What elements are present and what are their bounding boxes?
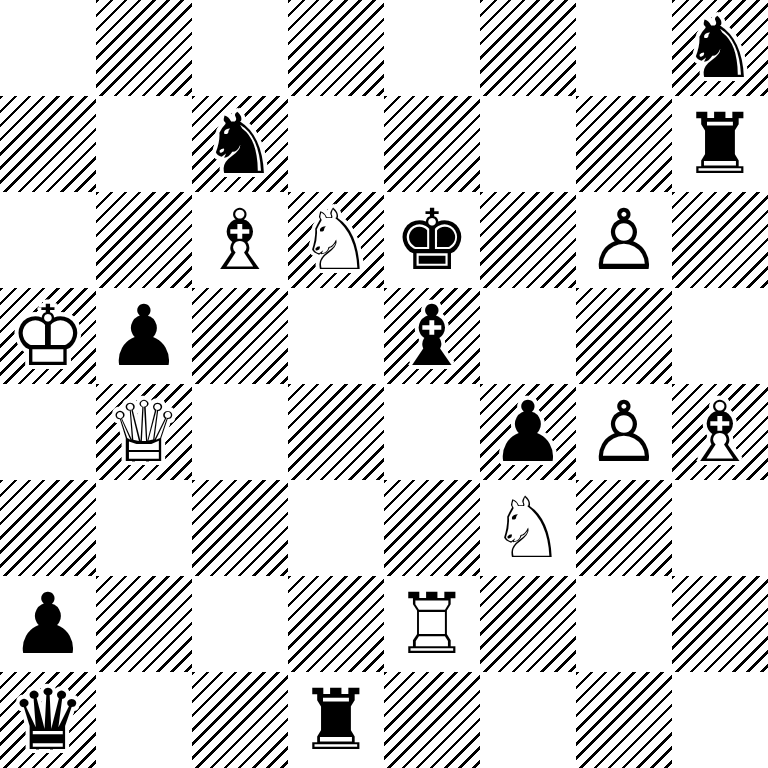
square-d6[interactable]: ♞♘ xyxy=(288,192,384,288)
piece-black-pawn[interactable]: ♟ xyxy=(480,384,576,480)
piece-black-pawn[interactable]: ♟ xyxy=(96,288,192,384)
piece-black-rook[interactable]: ♜ xyxy=(288,672,384,768)
square-c7[interactable]: ♞ xyxy=(192,96,288,192)
white-rook-outline: ♖ xyxy=(384,576,480,672)
piece-white-rook[interactable]: ♜♖ xyxy=(384,576,480,672)
piece-black-pawn[interactable]: ♟ xyxy=(0,576,96,672)
square-h8[interactable]: ♞ xyxy=(672,0,768,96)
piece-white-bishop[interactable]: ♝♗ xyxy=(672,384,768,480)
square-h3[interactable] xyxy=(672,480,768,576)
piece-white-king[interactable]: ♚♔ xyxy=(0,288,96,384)
piece-white-knight[interactable]: ♞♘ xyxy=(288,192,384,288)
square-b6[interactable] xyxy=(96,192,192,288)
square-a2[interactable]: ♟ xyxy=(0,576,96,672)
square-g8[interactable] xyxy=(576,0,672,96)
square-e3[interactable] xyxy=(384,480,480,576)
square-a6[interactable] xyxy=(0,192,96,288)
white-knight-outline: ♘ xyxy=(288,192,384,288)
square-f8[interactable] xyxy=(480,0,576,96)
black-rook-glyph: ♜ xyxy=(288,672,384,768)
square-d2[interactable] xyxy=(288,576,384,672)
square-h6[interactable] xyxy=(672,192,768,288)
black-pawn-glyph: ♟ xyxy=(0,576,96,672)
piece-white-bishop[interactable]: ♝♗ xyxy=(192,192,288,288)
black-pawn-glyph: ♟ xyxy=(96,288,192,384)
piece-white-queen[interactable]: ♛♕ xyxy=(96,384,192,480)
square-f1[interactable] xyxy=(480,672,576,768)
square-c8[interactable] xyxy=(192,0,288,96)
black-rook-glyph: ♜ xyxy=(672,96,768,192)
square-e4[interactable] xyxy=(384,384,480,480)
white-knight-outline: ♘ xyxy=(480,480,576,576)
square-b8[interactable] xyxy=(96,0,192,96)
black-bishop-glyph: ♝ xyxy=(384,288,480,384)
square-e1[interactable] xyxy=(384,672,480,768)
piece-black-knight[interactable]: ♞ xyxy=(672,0,768,96)
piece-black-knight[interactable]: ♞ xyxy=(192,96,288,192)
square-h7[interactable]: ♜ xyxy=(672,96,768,192)
piece-black-rook[interactable]: ♜ xyxy=(672,96,768,192)
white-bishop-outline: ♗ xyxy=(192,192,288,288)
square-d7[interactable] xyxy=(288,96,384,192)
square-b3[interactable] xyxy=(96,480,192,576)
square-e7[interactable] xyxy=(384,96,480,192)
black-king-glyph: ♚ xyxy=(384,192,480,288)
square-e5[interactable]: ♝ xyxy=(384,288,480,384)
square-a4[interactable] xyxy=(0,384,96,480)
square-f3[interactable]: ♞♘ xyxy=(480,480,576,576)
square-e2[interactable]: ♜♖ xyxy=(384,576,480,672)
square-b1[interactable] xyxy=(96,672,192,768)
square-e6[interactable]: ♚ xyxy=(384,192,480,288)
square-f4[interactable]: ♟ xyxy=(480,384,576,480)
piece-black-queen[interactable]: ♛ xyxy=(0,672,96,768)
white-king-outline: ♔ xyxy=(0,288,96,384)
square-h1[interactable] xyxy=(672,672,768,768)
square-g4[interactable]: ♟♙ xyxy=(576,384,672,480)
square-g3[interactable] xyxy=(576,480,672,576)
square-f7[interactable] xyxy=(480,96,576,192)
white-bishop-outline: ♗ xyxy=(672,384,768,480)
square-b5[interactable]: ♟ xyxy=(96,288,192,384)
square-g6[interactable]: ♟♙ xyxy=(576,192,672,288)
square-a3[interactable] xyxy=(0,480,96,576)
square-c3[interactable] xyxy=(192,480,288,576)
piece-white-knight[interactable]: ♞♘ xyxy=(480,480,576,576)
white-pawn-outline: ♙ xyxy=(576,192,672,288)
black-knight-glyph: ♞ xyxy=(672,0,768,96)
square-d1[interactable]: ♜ xyxy=(288,672,384,768)
piece-white-pawn[interactable]: ♟♙ xyxy=(576,192,672,288)
square-h5[interactable] xyxy=(672,288,768,384)
square-a8[interactable] xyxy=(0,0,96,96)
white-queen-outline: ♕ xyxy=(96,384,192,480)
piece-black-bishop[interactable]: ♝ xyxy=(384,288,480,384)
chess-board: ♞♞♜♝♗♞♘♚♟♙♚♔♟♝♛♕♟♟♙♝♗♞♘♟♜♖♛♜ xyxy=(0,0,768,768)
piece-white-pawn[interactable]: ♟♙ xyxy=(576,384,672,480)
square-d3[interactable] xyxy=(288,480,384,576)
square-b7[interactable] xyxy=(96,96,192,192)
white-pawn-outline: ♙ xyxy=(576,384,672,480)
square-a5[interactable]: ♚♔ xyxy=(0,288,96,384)
black-pawn-glyph: ♟ xyxy=(480,384,576,480)
square-c4[interactable] xyxy=(192,384,288,480)
square-g5[interactable] xyxy=(576,288,672,384)
square-f6[interactable] xyxy=(480,192,576,288)
square-c1[interactable] xyxy=(192,672,288,768)
black-queen-glyph: ♛ xyxy=(0,672,96,768)
square-b2[interactable] xyxy=(96,576,192,672)
square-d5[interactable] xyxy=(288,288,384,384)
square-d8[interactable] xyxy=(288,0,384,96)
square-c5[interactable] xyxy=(192,288,288,384)
square-g1[interactable] xyxy=(576,672,672,768)
square-c6[interactable]: ♝♗ xyxy=(192,192,288,288)
square-g7[interactable] xyxy=(576,96,672,192)
piece-black-king[interactable]: ♚ xyxy=(384,192,480,288)
square-h2[interactable] xyxy=(672,576,768,672)
square-e8[interactable] xyxy=(384,0,480,96)
square-f5[interactable] xyxy=(480,288,576,384)
square-g2[interactable] xyxy=(576,576,672,672)
square-d4[interactable] xyxy=(288,384,384,480)
black-knight-glyph: ♞ xyxy=(192,96,288,192)
square-a1[interactable]: ♛ xyxy=(0,672,96,768)
square-b4[interactable]: ♛♕ xyxy=(96,384,192,480)
square-a7[interactable] xyxy=(0,96,96,192)
square-f2[interactable] xyxy=(480,576,576,672)
square-h4[interactable]: ♝♗ xyxy=(672,384,768,480)
square-c2[interactable] xyxy=(192,576,288,672)
